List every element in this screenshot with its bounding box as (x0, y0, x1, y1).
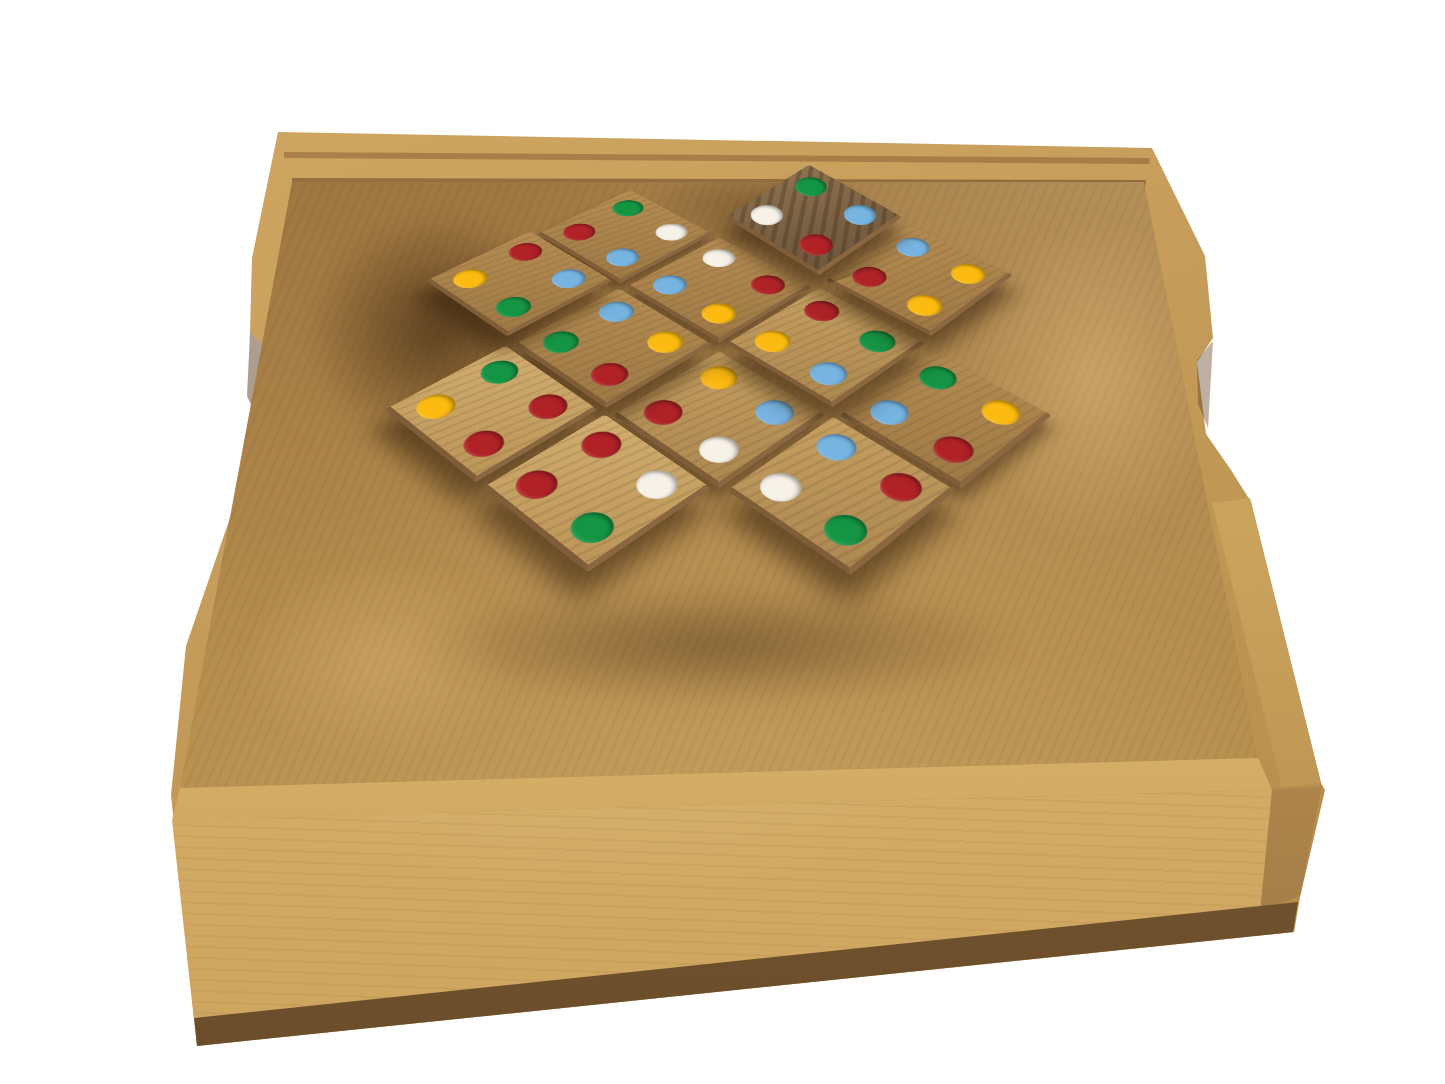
blue-dot-left (646, 272, 694, 299)
green-dot-top (789, 173, 833, 200)
red-dot-left (845, 263, 893, 291)
green-dot-top (912, 362, 965, 395)
product-photo-scene (0, 0, 1445, 1084)
white-dot-right (628, 465, 687, 505)
yellow-dot-bottom (900, 290, 950, 320)
red-dot-left (636, 395, 690, 430)
blue-dot-left (862, 395, 916, 430)
blue-dot-right (748, 395, 802, 430)
board-perspective-wrap (419, 47, 1019, 647)
yellow-dot-right (944, 260, 992, 288)
green-dot-bottom (489, 293, 538, 321)
yellow-dot-left (447, 265, 495, 292)
blue-dot-right (837, 201, 882, 229)
green-dot-bottom (815, 509, 876, 552)
blue-dot-right (545, 265, 593, 292)
blue-dot-top (808, 429, 864, 466)
red-dot-left (507, 465, 566, 505)
red-dot-bottom (456, 425, 512, 462)
green-dot-left (535, 327, 586, 357)
blue-dot-bottom (600, 245, 646, 270)
white-dot-left (744, 201, 789, 229)
yellow-dot-left (409, 390, 463, 425)
red-dot-top (797, 297, 846, 326)
red-dot-left (557, 220, 602, 244)
green-dot-bottom (562, 506, 623, 549)
red-dot-bottom (925, 431, 981, 468)
yellow-dot-bottom (694, 299, 743, 328)
puzzle-board (295, 144, 1144, 692)
red-dot-right (872, 467, 930, 507)
blue-dot-top (890, 234, 937, 261)
yellow-dot-top (693, 362, 746, 395)
red-dot-right (744, 272, 792, 299)
red-dot-top (502, 239, 548, 264)
white-dot-bottom (691, 431, 747, 468)
white-dot-left (751, 467, 809, 507)
red-dot-bottom (793, 230, 840, 260)
white-dot-right (649, 220, 694, 244)
red-dot-top (573, 426, 629, 463)
yellow-dot-right (974, 395, 1028, 430)
blue-dot-bottom (802, 358, 855, 390)
yellow-dot-right (640, 327, 691, 357)
red-dot-bottom (583, 358, 636, 391)
green-dot-top (473, 356, 526, 389)
white-dot-top (696, 246, 742, 271)
yellow-dot-left (747, 326, 798, 356)
green-dot-top (606, 197, 650, 220)
red-dot-right (521, 390, 575, 425)
blue-dot-top (592, 298, 641, 327)
green-dot-right (852, 326, 903, 356)
